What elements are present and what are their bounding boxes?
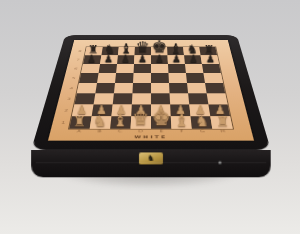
- brand-logo-badge: ♞: [139, 152, 163, 164]
- square-f7[interactable]: ♟: [168, 55, 185, 64]
- square-a4[interactable]: [77, 83, 97, 93]
- square-g7[interactable]: ♟: [184, 55, 202, 64]
- piece-black-pawn-g7[interactable]: ♟: [185, 54, 202, 64]
- square-d7[interactable]: ♟: [134, 55, 151, 64]
- square-h1[interactable]: ♜: [210, 116, 232, 129]
- piece-white-rook-h1[interactable]: ♜: [212, 115, 232, 129]
- piece-black-pawn-a7[interactable]: ♟: [83, 54, 100, 64]
- square-e5[interactable]: [151, 73, 169, 83]
- rank-label-3: 3: [63, 93, 75, 104]
- chessboard-box-frame: ♜♞♝♛♚♝♞♜♟♟♟♟♟♟♟♟♟♟♟♟♟♟♟♟♜♞♝♛♚♝♞♜ ABCDEFG…: [31, 35, 271, 150]
- file-label-f: F: [171, 129, 192, 133]
- square-a6[interactable]: [81, 64, 100, 73]
- square-c4[interactable]: [114, 83, 133, 93]
- square-h4[interactable]: [205, 83, 225, 93]
- square-d6[interactable]: [134, 64, 151, 73]
- square-f5[interactable]: [168, 73, 187, 83]
- chess-board: ♜♞♝♛♚♝♞♜♟♟♟♟♟♟♟♟♟♟♟♟♟♟♟♟♜♞♝♛♚♝♞♜: [69, 47, 233, 129]
- square-c7[interactable]: ♟: [117, 55, 134, 64]
- file-label-c: C: [110, 129, 131, 133]
- square-h7[interactable]: ♟: [201, 55, 219, 64]
- piece-white-rook-a1[interactable]: ♜: [69, 115, 89, 129]
- piece-white-knight-b1[interactable]: ♞: [90, 113, 110, 128]
- file-label-h: H: [212, 129, 233, 133]
- piece-black-pawn-e7[interactable]: ♟: [151, 54, 168, 64]
- square-a1[interactable]: ♜: [69, 116, 91, 129]
- square-g6[interactable]: [185, 64, 203, 73]
- piece-black-pawn-f7[interactable]: ♟: [168, 54, 185, 64]
- square-e4[interactable]: [151, 83, 170, 93]
- power-led-indicator: [218, 161, 222, 165]
- file-label-a: A: [68, 129, 89, 133]
- board-surface: ♜♞♝♛♚♝♞♜♟♟♟♟♟♟♟♟♟♟♟♟♟♟♟♟♜♞♝♛♚♝♞♜ ABCDEFG…: [48, 40, 254, 141]
- file-label-g: G: [192, 129, 213, 133]
- piece-white-knight-g1[interactable]: ♞: [192, 113, 212, 128]
- file-label-d: D: [130, 129, 151, 133]
- square-b1[interactable]: ♞: [90, 116, 112, 129]
- chessboard-product-photo: ♜♞♝♛♚♝♞♜♟♟♟♟♟♟♟♟♟♟♟♟♟♟♟♟♜♞♝♛♚♝♞♜ ABCDEFG…: [0, 0, 300, 234]
- square-h6[interactable]: [202, 64, 221, 73]
- square-b5[interactable]: [97, 73, 116, 83]
- square-d4[interactable]: [132, 83, 151, 93]
- box-front-panel: ♞: [31, 150, 271, 178]
- square-a5[interactable]: [79, 73, 99, 83]
- square-b6[interactable]: [99, 64, 117, 73]
- file-label-e: E: [151, 129, 172, 133]
- square-b7[interactable]: ♟: [100, 55, 118, 64]
- square-c6[interactable]: [116, 64, 134, 73]
- square-e6[interactable]: [151, 64, 168, 73]
- piece-white-bishop-f1[interactable]: ♝: [171, 112, 191, 128]
- piece-black-pawn-d7[interactable]: ♟: [134, 54, 151, 64]
- piece-black-pawn-b7[interactable]: ♟: [100, 54, 117, 64]
- piece-white-king-e1[interactable]: ♚: [151, 108, 171, 129]
- square-c5[interactable]: [115, 73, 134, 83]
- square-d5[interactable]: [133, 73, 151, 83]
- square-c1[interactable]: ♝: [110, 116, 131, 129]
- rank-label-6: 6: [70, 64, 81, 73]
- knight-logo-icon: ♞: [147, 154, 155, 162]
- square-g1[interactable]: ♞: [191, 116, 213, 129]
- piece-white-queen-d1[interactable]: ♛: [131, 110, 151, 129]
- rank-label-4: 4: [65, 83, 77, 93]
- square-e1[interactable]: ♚: [151, 116, 171, 129]
- file-label-b: B: [89, 129, 110, 133]
- square-f1[interactable]: ♝: [171, 116, 192, 129]
- square-e7[interactable]: ♟: [151, 55, 168, 64]
- square-f6[interactable]: [168, 64, 186, 73]
- square-a7[interactable]: ♟: [83, 55, 101, 64]
- rank-label-5: 5: [68, 73, 79, 83]
- square-g5[interactable]: [186, 73, 205, 83]
- square-h5[interactable]: [203, 73, 223, 83]
- rank-label-7: 7: [73, 55, 83, 64]
- piece-black-pawn-c7[interactable]: ♟: [117, 54, 134, 64]
- piece-black-pawn-h7[interactable]: ♟: [202, 54, 219, 64]
- piece-white-bishop-c1[interactable]: ♝: [110, 112, 130, 128]
- square-d1[interactable]: ♛: [131, 116, 151, 129]
- square-b4[interactable]: [95, 83, 115, 93]
- rank-label-1: 1: [57, 116, 70, 129]
- square-f4[interactable]: [169, 83, 188, 93]
- white-side-label: WHITE: [48, 135, 253, 140]
- square-g4[interactable]: [187, 83, 207, 93]
